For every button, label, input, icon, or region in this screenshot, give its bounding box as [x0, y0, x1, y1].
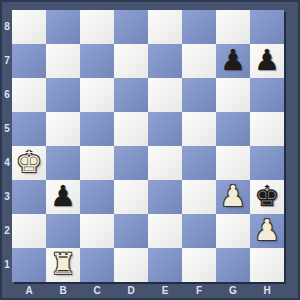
square-e2[interactable] — [148, 214, 182, 248]
white-pawn[interactable]: ♟ — [250, 214, 284, 248]
white-rook[interactable]: ♜ — [46, 248, 80, 282]
square-e4[interactable] — [148, 146, 182, 180]
square-g6[interactable] — [216, 78, 250, 112]
square-b8[interactable] — [46, 10, 80, 44]
square-f6[interactable] — [182, 78, 216, 112]
board: ♟♟♚♟♟♚♟♜ — [12, 10, 284, 282]
file-label-e: E — [148, 284, 182, 299]
square-h7[interactable]: ♟ — [250, 44, 284, 78]
file-label-h: H — [250, 284, 284, 299]
black-pawn[interactable]: ♟ — [46, 180, 80, 214]
square-g3[interactable]: ♟ — [216, 180, 250, 214]
square-f4[interactable] — [182, 146, 216, 180]
square-f8[interactable] — [182, 10, 216, 44]
file-label-a: A — [12, 284, 46, 299]
square-b4[interactable] — [46, 146, 80, 180]
square-f1[interactable] — [182, 248, 216, 282]
square-g7[interactable]: ♟ — [216, 44, 250, 78]
square-a6[interactable] — [12, 78, 46, 112]
square-d6[interactable] — [114, 78, 148, 112]
square-d3[interactable] — [114, 180, 148, 214]
square-g2[interactable] — [216, 214, 250, 248]
square-b5[interactable] — [46, 112, 80, 146]
file-label-c: C — [80, 284, 114, 299]
white-king[interactable]: ♚ — [12, 146, 46, 180]
rank-label-2: 2 — [2, 214, 12, 248]
file-label-d: D — [114, 284, 148, 299]
square-f7[interactable] — [182, 44, 216, 78]
rank-label-3: 3 — [2, 180, 12, 214]
square-c2[interactable] — [80, 214, 114, 248]
square-d5[interactable] — [114, 112, 148, 146]
rank-label-1: 1 — [2, 248, 12, 282]
square-b1[interactable]: ♜ — [46, 248, 80, 282]
square-c1[interactable] — [80, 248, 114, 282]
square-a7[interactable] — [12, 44, 46, 78]
square-b6[interactable] — [46, 78, 80, 112]
file-label-b: B — [46, 284, 80, 299]
square-b3[interactable]: ♟ — [46, 180, 80, 214]
square-d7[interactable] — [114, 44, 148, 78]
square-h8[interactable] — [250, 10, 284, 44]
file-label-f: F — [182, 284, 216, 299]
square-g4[interactable] — [216, 146, 250, 180]
square-c5[interactable] — [80, 112, 114, 146]
square-g8[interactable] — [216, 10, 250, 44]
square-c6[interactable] — [80, 78, 114, 112]
square-c4[interactable] — [80, 146, 114, 180]
black-king[interactable]: ♚ — [250, 180, 284, 214]
black-pawn[interactable]: ♟ — [216, 44, 250, 78]
chess-board-frame: 87654321 ♟♟♚♟♟♚♟♜ ABCDEFGH — [0, 0, 300, 300]
rank-labels: 87654321 — [2, 10, 12, 282]
file-labels: ABCDEFGH — [12, 284, 284, 299]
square-f3[interactable] — [182, 180, 216, 214]
white-pawn[interactable]: ♟ — [216, 180, 250, 214]
file-label-g: G — [216, 284, 250, 299]
square-h4[interactable] — [250, 146, 284, 180]
square-c8[interactable] — [80, 10, 114, 44]
rank-label-5: 5 — [2, 112, 12, 146]
square-e7[interactable] — [148, 44, 182, 78]
rank-label-4: 4 — [2, 146, 12, 180]
square-b2[interactable] — [46, 214, 80, 248]
square-a3[interactable] — [12, 180, 46, 214]
square-a8[interactable] — [12, 10, 46, 44]
square-e1[interactable] — [148, 248, 182, 282]
square-e8[interactable] — [148, 10, 182, 44]
rank-label-8: 8 — [2, 10, 12, 44]
square-a2[interactable] — [12, 214, 46, 248]
square-a1[interactable] — [12, 248, 46, 282]
square-b7[interactable] — [46, 44, 80, 78]
square-a4[interactable]: ♚ — [12, 146, 46, 180]
square-e6[interactable] — [148, 78, 182, 112]
square-e3[interactable] — [148, 180, 182, 214]
square-h3[interactable]: ♚ — [250, 180, 284, 214]
rank-label-7: 7 — [2, 44, 12, 78]
black-pawn[interactable]: ♟ — [250, 44, 284, 78]
square-d2[interactable] — [114, 214, 148, 248]
square-h1[interactable] — [250, 248, 284, 282]
square-h5[interactable] — [250, 112, 284, 146]
square-c3[interactable] — [80, 180, 114, 214]
square-a5[interactable] — [12, 112, 46, 146]
square-c7[interactable] — [80, 44, 114, 78]
rank-label-6: 6 — [2, 78, 12, 112]
square-h6[interactable] — [250, 78, 284, 112]
square-d1[interactable] — [114, 248, 148, 282]
square-e5[interactable] — [148, 112, 182, 146]
square-d8[interactable] — [114, 10, 148, 44]
square-h2[interactable]: ♟ — [250, 214, 284, 248]
square-g5[interactable] — [216, 112, 250, 146]
square-d4[interactable] — [114, 146, 148, 180]
square-f2[interactable] — [182, 214, 216, 248]
square-g1[interactable] — [216, 248, 250, 282]
square-f5[interactable] — [182, 112, 216, 146]
